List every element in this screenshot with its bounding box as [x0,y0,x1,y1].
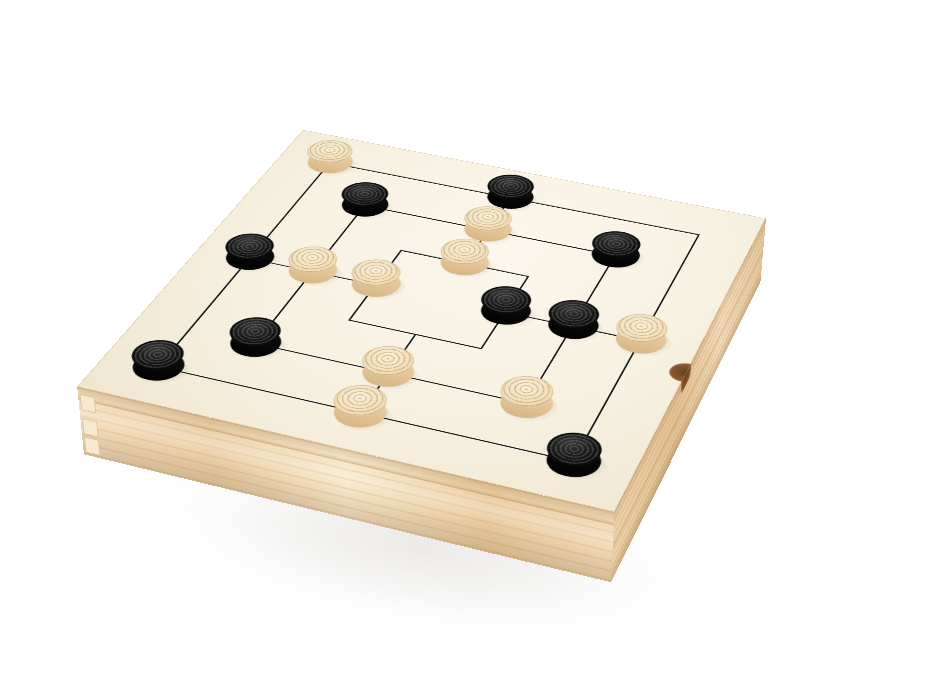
board-point-a4[interactable] [217,242,283,277]
black-piece[interactable] [538,440,610,484]
board-point-g7[interactable] [669,219,730,252]
board-point-g1[interactable] [538,440,610,484]
board-point-d1[interactable] [324,393,396,435]
board-point-a1[interactable] [122,348,194,388]
white-piece[interactable] [299,148,361,178]
board-point-a7[interactable] [299,148,361,178]
board-point-e4[interactable] [473,294,539,331]
nine-mens-morris-board [77,130,766,512]
black-piece[interactable] [473,294,539,331]
white-piece[interactable] [324,393,396,435]
finger-joint [84,436,101,455]
finger-joint [82,418,99,438]
white-piece[interactable] [491,383,561,424]
product-photo-scene [0,0,928,686]
black-piece[interactable] [122,348,194,388]
board-point-b4[interactable] [279,254,345,289]
board-point-f2[interactable] [491,383,561,424]
finger-joint [80,394,97,414]
white-piece[interactable] [279,254,345,289]
black-piece[interactable] [217,242,283,277]
